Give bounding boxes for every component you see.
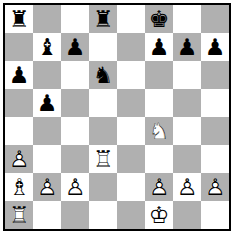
piece-black-rook[interactable]: ♜ — [5, 5, 33, 33]
piece-white-pawn[interactable]: ♟♙ — [145, 173, 173, 201]
square-g6[interactable] — [173, 61, 201, 89]
square-a5[interactable] — [5, 89, 33, 117]
square-f8[interactable]: ♚ — [145, 5, 173, 33]
square-f4[interactable]: ♞♘ — [145, 117, 173, 145]
piece-outline-layer: ♘ — [145, 117, 173, 145]
piece-outline-layer: ♖ — [89, 145, 117, 173]
square-a4[interactable] — [5, 117, 33, 145]
square-c1[interactable] — [61, 201, 89, 229]
piece-white-pawn[interactable]: ♟♙ — [61, 173, 89, 201]
square-c7[interactable]: ♟ — [61, 33, 89, 61]
square-e1[interactable] — [117, 201, 145, 229]
board-frame: ♜♜♚♝♟♟♟♟♟♞♟♞♘♟♙♜♖♝♗♟♙♟♙♟♙♟♙♟♙♜♖♚♔ — [0, 0, 234, 234]
square-h3[interactable] — [201, 145, 229, 173]
piece-white-pawn[interactable]: ♟♙ — [201, 173, 229, 201]
piece-glyph: ♜ — [5, 5, 33, 33]
square-h8[interactable] — [201, 5, 229, 33]
square-e2[interactable] — [117, 173, 145, 201]
square-e3[interactable] — [117, 145, 145, 173]
square-h2[interactable]: ♟♙ — [201, 173, 229, 201]
square-a1[interactable]: ♜♖ — [5, 201, 33, 229]
piece-white-knight[interactable]: ♞♘ — [145, 117, 173, 145]
piece-black-pawn[interactable]: ♟ — [145, 33, 173, 61]
piece-outline-layer: ♗ — [5, 173, 33, 201]
piece-glyph: ♚ — [145, 5, 173, 33]
piece-black-rook[interactable]: ♜ — [89, 5, 117, 33]
piece-outline-layer: ♙ — [145, 173, 173, 201]
square-h6[interactable] — [201, 61, 229, 89]
square-g5[interactable] — [173, 89, 201, 117]
piece-outline-layer: ♙ — [173, 173, 201, 201]
square-h1[interactable] — [201, 201, 229, 229]
piece-glyph: ♟ — [5, 61, 33, 89]
square-a8[interactable]: ♜ — [5, 5, 33, 33]
piece-outline-layer: ♖ — [5, 201, 33, 229]
square-b6[interactable] — [33, 61, 61, 89]
square-c8[interactable] — [61, 5, 89, 33]
square-f3[interactable] — [145, 145, 173, 173]
square-f7[interactable]: ♟ — [145, 33, 173, 61]
piece-black-pawn[interactable]: ♟ — [5, 61, 33, 89]
square-d8[interactable]: ♜ — [89, 5, 117, 33]
square-d5[interactable] — [89, 89, 117, 117]
chessboard: ♜♜♚♝♟♟♟♟♟♞♟♞♘♟♙♜♖♝♗♟♙♟♙♟♙♟♙♟♙♜♖♚♔ — [5, 5, 229, 229]
square-e7[interactable] — [117, 33, 145, 61]
square-b7[interactable]: ♝ — [33, 33, 61, 61]
piece-outline-layer: ♔ — [145, 201, 173, 229]
square-d1[interactable] — [89, 201, 117, 229]
square-h4[interactable] — [201, 117, 229, 145]
piece-black-bishop[interactable]: ♝ — [33, 33, 61, 61]
piece-outline-layer: ♙ — [5, 145, 33, 173]
square-e8[interactable] — [117, 5, 145, 33]
square-g8[interactable] — [173, 5, 201, 33]
square-d4[interactable] — [89, 117, 117, 145]
square-f6[interactable] — [145, 61, 173, 89]
square-h7[interactable]: ♟ — [201, 33, 229, 61]
piece-glyph: ♜ — [89, 5, 117, 33]
square-h5[interactable] — [201, 89, 229, 117]
square-c5[interactable] — [61, 89, 89, 117]
piece-white-king[interactable]: ♚♔ — [145, 201, 173, 229]
piece-glyph: ♟ — [201, 33, 229, 61]
square-a6[interactable]: ♟ — [5, 61, 33, 89]
square-b1[interactable] — [33, 201, 61, 229]
square-b3[interactable] — [33, 145, 61, 173]
square-e5[interactable] — [117, 89, 145, 117]
piece-glyph: ♟ — [61, 33, 89, 61]
square-c4[interactable] — [61, 117, 89, 145]
piece-glyph: ♞ — [89, 61, 117, 89]
piece-glyph: ♟ — [33, 89, 61, 117]
piece-white-pawn[interactable]: ♟♙ — [5, 145, 33, 173]
piece-black-knight[interactable]: ♞ — [89, 61, 117, 89]
square-g2[interactable]: ♟♙ — [173, 173, 201, 201]
square-f5[interactable] — [145, 89, 173, 117]
square-g1[interactable] — [173, 201, 201, 229]
piece-glyph: ♟ — [173, 33, 201, 61]
piece-outline-layer: ♙ — [33, 173, 61, 201]
piece-white-pawn[interactable]: ♟♙ — [173, 173, 201, 201]
piece-black-pawn[interactable]: ♟ — [201, 33, 229, 61]
piece-outline-layer: ♙ — [61, 173, 89, 201]
square-b8[interactable] — [33, 5, 61, 33]
square-a3[interactable]: ♟♙ — [5, 145, 33, 173]
square-d3[interactable]: ♜♖ — [89, 145, 117, 173]
square-f1[interactable]: ♚♔ — [145, 201, 173, 229]
square-a7[interactable] — [5, 33, 33, 61]
square-c2[interactable]: ♟♙ — [61, 173, 89, 201]
square-e4[interactable] — [117, 117, 145, 145]
piece-white-rook[interactable]: ♜♖ — [5, 201, 33, 229]
square-g4[interactable] — [173, 117, 201, 145]
piece-black-pawn[interactable]: ♟ — [33, 89, 61, 117]
square-a2[interactable]: ♝♗ — [5, 173, 33, 201]
square-d7[interactable] — [89, 33, 117, 61]
square-e6[interactable] — [117, 61, 145, 89]
piece-black-king[interactable]: ♚ — [145, 5, 173, 33]
piece-white-rook[interactable]: ♜♖ — [89, 145, 117, 173]
piece-glyph: ♟ — [145, 33, 173, 61]
piece-white-pawn[interactable]: ♟♙ — [33, 173, 61, 201]
piece-outline-layer: ♙ — [201, 173, 229, 201]
piece-black-pawn[interactable]: ♟ — [173, 33, 201, 61]
square-c6[interactable] — [61, 61, 89, 89]
square-c3[interactable] — [61, 145, 89, 173]
square-g7[interactable]: ♟ — [173, 33, 201, 61]
square-b5[interactable]: ♟ — [33, 89, 61, 117]
square-f2[interactable]: ♟♙ — [145, 173, 173, 201]
piece-glyph: ♝ — [33, 33, 61, 61]
square-d6[interactable]: ♞ — [89, 61, 117, 89]
piece-black-pawn[interactable]: ♟ — [61, 33, 89, 61]
square-g3[interactable] — [173, 145, 201, 173]
piece-white-bishop[interactable]: ♝♗ — [5, 173, 33, 201]
square-b4[interactable] — [33, 117, 61, 145]
square-d2[interactable] — [89, 173, 117, 201]
board-border: ♜♜♚♝♟♟♟♟♟♞♟♞♘♟♙♜♖♝♗♟♙♟♙♟♙♟♙♟♙♜♖♚♔ — [3, 3, 231, 231]
square-b2[interactable]: ♟♙ — [33, 173, 61, 201]
